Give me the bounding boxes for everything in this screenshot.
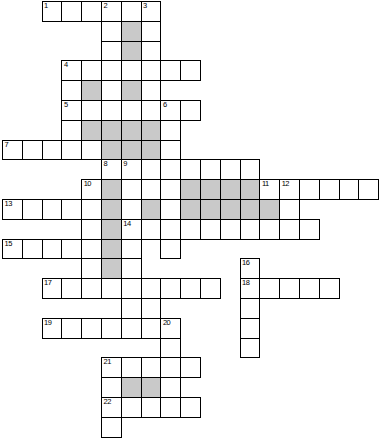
- clue-number-13: 13: [5, 200, 12, 208]
- cell-r7c0[interactable]: 7: [2, 140, 23, 161]
- cell-r9c7[interactable]: [141, 179, 162, 200]
- clue-number-16: 16: [242, 259, 249, 267]
- cell-r12c4[interactable]: [81, 239, 102, 260]
- cell-r3c6[interactable]: [121, 60, 142, 81]
- cell-r19c8[interactable]: [160, 377, 181, 398]
- cell-r8c8[interactable]: [160, 159, 181, 180]
- shaded-cell-r9c10[interactable]: [200, 179, 221, 200]
- cell-r13c12[interactable]: 16: [240, 258, 261, 279]
- shaded-cell-r6c6[interactable]: [121, 120, 142, 141]
- cell-r18c7[interactable]: [141, 357, 162, 378]
- cell-r5c4[interactable]: [81, 100, 102, 121]
- cell-r17c8[interactable]: [160, 338, 181, 359]
- cell-r0c3[interactable]: [61, 1, 82, 22]
- clue-number-11: 11: [262, 180, 269, 188]
- cell-r16c4[interactable]: [81, 318, 102, 339]
- shaded-cell-r10c10[interactable]: [200, 199, 221, 220]
- cell-r9c14[interactable]: 12: [279, 179, 300, 200]
- cell-r5c3[interactable]: 5: [61, 100, 82, 121]
- cell-r5c5[interactable]: [101, 100, 122, 121]
- shaded-cell-r6c7[interactable]: [141, 120, 162, 141]
- cell-r18c8[interactable]: [160, 357, 181, 378]
- cell-r9c13[interactable]: 11: [259, 179, 280, 200]
- cell-r9c16[interactable]: [319, 179, 340, 200]
- cell-r4c5[interactable]: [101, 80, 122, 101]
- shaded-cell-r10c5[interactable]: [101, 199, 122, 220]
- cell-r0c4[interactable]: [81, 1, 102, 22]
- cell-r18c9[interactable]: [180, 357, 201, 378]
- cell-r6c3[interactable]: [61, 120, 82, 141]
- cell-r9c8[interactable]: [160, 179, 181, 200]
- clue-number-20: 20: [163, 319, 170, 327]
- cell-r3c7[interactable]: [141, 60, 162, 81]
- shaded-cell-r7c6[interactable]: [121, 140, 142, 161]
- cell-r15c12[interactable]: [240, 298, 261, 319]
- cell-r12c2[interactable]: [42, 239, 63, 260]
- clue-number-8: 8: [104, 160, 108, 168]
- cell-r9c6[interactable]: [121, 179, 142, 200]
- clue-number-7: 7: [5, 141, 9, 149]
- shaded-cell-r19c7[interactable]: [141, 377, 162, 398]
- cell-r14c5[interactable]: [101, 278, 122, 299]
- cell-r5c7[interactable]: [141, 100, 162, 121]
- cell-r11c14[interactable]: [279, 219, 300, 240]
- cell-r9c15[interactable]: [299, 179, 320, 200]
- cell-r11c11[interactable]: [220, 219, 241, 240]
- cell-r11c4[interactable]: [81, 219, 102, 240]
- cell-r7c1[interactable]: [22, 140, 43, 161]
- clue-number-14: 14: [123, 220, 130, 228]
- cell-r20c7[interactable]: [141, 397, 162, 418]
- cell-r3c3[interactable]: 4: [61, 60, 82, 81]
- clue-number-3: 3: [143, 2, 147, 10]
- shaded-cell-r10c11[interactable]: [220, 199, 241, 220]
- shaded-cell-r7c7[interactable]: [141, 140, 162, 161]
- cell-r15c7[interactable]: [141, 298, 162, 319]
- cell-r16c8[interactable]: 20: [160, 318, 181, 339]
- cell-r10c2[interactable]: [42, 199, 63, 220]
- shaded-cell-r7c5[interactable]: [101, 140, 122, 161]
- clue-number-5: 5: [64, 101, 68, 109]
- cell-r0c2[interactable]: 1: [42, 1, 63, 22]
- cell-r16c7[interactable]: [141, 318, 162, 339]
- shaded-cell-r19c6[interactable]: [121, 377, 142, 398]
- cell-r5c8[interactable]: 6: [160, 100, 181, 121]
- cell-r20c8[interactable]: [160, 397, 181, 418]
- cell-r16c3[interactable]: [61, 318, 82, 339]
- cell-r5c6[interactable]: [121, 100, 142, 121]
- clue-number-10: 10: [84, 180, 91, 188]
- cell-r11c12[interactable]: [240, 219, 261, 240]
- cell-r20c9[interactable]: [180, 397, 201, 418]
- shaded-cell-r4c4[interactable]: [81, 80, 102, 101]
- cell-r3c8[interactable]: [160, 60, 181, 81]
- cell-r2c7[interactable]: [141, 41, 162, 62]
- shaded-cell-r10c7[interactable]: [141, 199, 162, 220]
- cell-r8c11[interactable]: [220, 159, 241, 180]
- cell-r17c12[interactable]: [240, 338, 261, 359]
- shaded-cell-r9c11[interactable]: [220, 179, 241, 200]
- cell-r11c15[interactable]: [299, 219, 320, 240]
- cell-r11c9[interactable]: [180, 219, 201, 240]
- cell-r8c12[interactable]: [240, 159, 261, 180]
- shaded-cell-r10c12[interactable]: [240, 199, 261, 220]
- cell-r12c3[interactable]: [61, 239, 82, 260]
- cell-r8c9[interactable]: [180, 159, 201, 180]
- clue-number-22: 22: [104, 398, 111, 406]
- cell-r8c10[interactable]: [200, 159, 221, 180]
- shaded-cell-r9c12[interactable]: [240, 179, 261, 200]
- shaded-cell-r6c4[interactable]: [81, 120, 102, 141]
- cell-r12c0[interactable]: 15: [2, 239, 23, 260]
- cell-r10c0[interactable]: 13: [2, 199, 23, 220]
- shaded-cell-r2c6[interactable]: [121, 41, 142, 62]
- clue-number-21: 21: [104, 358, 111, 366]
- cell-r14c8[interactable]: [160, 278, 181, 299]
- cell-r13c4[interactable]: [81, 258, 102, 279]
- cell-r12c1[interactable]: [22, 239, 43, 260]
- cell-r1c5[interactable]: [101, 21, 122, 42]
- cell-r14c10[interactable]: [200, 278, 221, 299]
- cell-r8c5[interactable]: 8: [101, 159, 122, 180]
- cell-r14c16[interactable]: [319, 278, 340, 299]
- cell-r14c9[interactable]: [180, 278, 201, 299]
- cell-r15c6[interactable]: [121, 298, 142, 319]
- cell-r10c3[interactable]: [61, 199, 82, 220]
- cell-r14c15[interactable]: [299, 278, 320, 299]
- cell-r12c6[interactable]: [121, 239, 142, 260]
- cell-r3c5[interactable]: [101, 60, 122, 81]
- clue-number-19: 19: [44, 319, 51, 327]
- cell-r20c6[interactable]: [121, 397, 142, 418]
- crossword-grid: 12345678910111213141516171819202122: [0, 0, 381, 441]
- shaded-cell-r6c5[interactable]: [101, 120, 122, 141]
- clue-number-12: 12: [282, 180, 289, 188]
- cell-r8c6[interactable]: 9: [121, 159, 142, 180]
- cell-r16c5[interactable]: [101, 318, 122, 339]
- cell-r11c13[interactable]: [259, 219, 280, 240]
- clue-number-15: 15: [5, 240, 12, 248]
- cell-r3c4[interactable]: [81, 60, 102, 81]
- cell-r10c8[interactable]: [160, 199, 181, 220]
- cell-r10c4[interactable]: [81, 199, 102, 220]
- cell-r7c4[interactable]: [81, 140, 102, 161]
- shaded-cell-r9c5[interactable]: [101, 179, 122, 200]
- clue-number-4: 4: [64, 61, 68, 69]
- cell-r12c8[interactable]: [160, 239, 181, 260]
- cell-r10c6[interactable]: [121, 199, 142, 220]
- cell-r13c6[interactable]: [121, 258, 142, 279]
- cell-r10c14[interactable]: [279, 199, 300, 220]
- shaded-cell-r10c9[interactable]: [180, 199, 201, 220]
- shaded-cell-r12c5[interactable]: [101, 239, 122, 260]
- cell-r3c9[interactable]: [180, 60, 201, 81]
- cell-r19c5[interactable]: [101, 377, 122, 398]
- cell-r9c18[interactable]: [358, 179, 379, 200]
- cell-r11c7[interactable]: [141, 219, 162, 240]
- cell-r5c9[interactable]: [180, 100, 201, 121]
- cell-r0c5[interactable]: 2: [101, 1, 122, 22]
- cell-r14c7[interactable]: [141, 278, 162, 299]
- cell-r11c10[interactable]: [200, 219, 221, 240]
- clue-number-17: 17: [44, 279, 51, 287]
- cell-r7c8[interactable]: [160, 140, 181, 161]
- cell-r14c6[interactable]: [121, 278, 142, 299]
- cell-r2c5[interactable]: [101, 41, 122, 62]
- cell-r11c6[interactable]: 14: [121, 219, 142, 240]
- cell-r10c1[interactable]: [22, 199, 43, 220]
- clue-number-1: 1: [44, 2, 48, 10]
- cell-r11c8[interactable]: [160, 219, 181, 240]
- clue-number-6: 6: [163, 101, 167, 109]
- cell-r0c6[interactable]: [121, 1, 142, 22]
- cell-r14c3[interactable]: [61, 278, 82, 299]
- cell-r9c17[interactable]: [339, 179, 360, 200]
- cell-r14c13[interactable]: [259, 278, 280, 299]
- cell-r9c4[interactable]: 10: [81, 179, 102, 200]
- cell-r8c7[interactable]: [141, 159, 162, 180]
- cell-r1c7[interactable]: [141, 21, 162, 42]
- cell-r14c14[interactable]: [279, 278, 300, 299]
- cell-r0c7[interactable]: 3: [141, 1, 162, 22]
- cell-r14c2[interactable]: 17: [42, 278, 63, 299]
- cell-r14c12[interactable]: 18: [240, 278, 261, 299]
- clue-number-9: 9: [123, 160, 127, 168]
- cell-r14c4[interactable]: [81, 278, 102, 299]
- cell-r16c2[interactable]: 19: [42, 318, 63, 339]
- cell-r4c3[interactable]: [61, 80, 82, 101]
- cell-r18c6[interactable]: [121, 357, 142, 378]
- shaded-cell-r1c6[interactable]: [121, 21, 142, 42]
- cell-r7c2[interactable]: [42, 140, 63, 161]
- cell-r4c7[interactable]: [141, 80, 162, 101]
- shaded-cell-r9c9[interactable]: [180, 179, 201, 200]
- cell-r7c3[interactable]: [61, 140, 82, 161]
- cell-r6c8[interactable]: [160, 120, 181, 141]
- cell-r21c5[interactable]: [101, 417, 122, 438]
- cell-r16c6[interactable]: [121, 318, 142, 339]
- shaded-cell-r11c5[interactable]: [101, 219, 122, 240]
- shaded-cell-r10c13[interactable]: [259, 199, 280, 220]
- cell-r16c12[interactable]: [240, 318, 261, 339]
- cell-r18c5[interactable]: 21: [101, 357, 122, 378]
- shaded-cell-r13c5[interactable]: [101, 258, 122, 279]
- shaded-cell-r4c6[interactable]: [121, 80, 142, 101]
- cell-r20c5[interactable]: 22: [101, 397, 122, 418]
- clue-number-2: 2: [104, 2, 108, 10]
- clue-number-18: 18: [242, 279, 249, 287]
